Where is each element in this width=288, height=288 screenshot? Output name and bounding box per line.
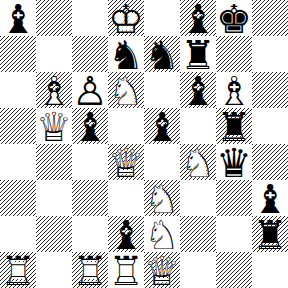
square-h5[interactable] [252,108,288,144]
white-king-icon: ♔ [108,1,144,36]
square-e8[interactable] [144,0,180,36]
black-bishop-icon: ♝ [180,73,216,108]
black-knight-icon: ♞ [144,37,180,72]
white-bishop-icon: ♗ [216,73,252,108]
piece-white-bishop: ♝♗ [216,72,252,108]
square-h6[interactable] [252,72,288,108]
piece-black-knight: ♞♞ [144,36,180,72]
square-a2[interactable] [0,216,36,252]
black-rook-icon: ♜ [180,37,216,72]
square-d7[interactable]: ♞♞ [108,36,144,72]
square-e2[interactable]: ♞♘ [144,216,180,252]
square-f8[interactable]: ♝♝ [180,0,216,36]
white-knight-icon: ♘ [108,73,144,108]
white-queen-icon: ♕ [36,109,72,144]
white-queen-icon: ♕ [144,253,180,288]
black-rook-icon: ♜ [252,217,288,252]
piece-white-knight: ♞♘ [180,144,216,180]
black-king-icon: ♚ [216,1,252,36]
piece-white-knight: ♞♘ [144,180,180,216]
piece-black-bishop: ♝♝ [180,72,216,108]
piece-black-rook: ♜♜ [180,36,216,72]
white-knight-icon: ♘ [144,217,180,252]
square-c7[interactable] [72,36,108,72]
square-h4[interactable] [252,144,288,180]
white-pawn-icon: ♙ [72,73,108,108]
piece-white-knight: ♞♘ [144,216,180,252]
square-b8[interactable] [36,0,72,36]
piece-white-knight: ♞♘ [108,72,144,108]
piece-black-bishop: ♝♝ [72,108,108,144]
piece-black-bishop: ♝♝ [108,216,144,252]
black-bishop-icon: ♝ [72,109,108,144]
black-bishop-icon: ♝ [0,1,36,36]
square-d8[interactable]: ♚♔ [108,0,144,36]
square-h2[interactable]: ♜♜ [252,216,288,252]
square-c3[interactable] [72,180,108,216]
piece-black-bishop: ♝♝ [0,0,36,36]
black-bishop-icon: ♝ [144,109,180,144]
square-g1[interactable] [216,252,252,288]
square-f3[interactable] [180,180,216,216]
square-b6[interactable]: ♝♗ [36,72,72,108]
square-g3[interactable] [216,180,252,216]
square-e5[interactable]: ♝♝ [144,108,180,144]
piece-black-rook: ♜♜ [252,216,288,252]
square-e6[interactable] [144,72,180,108]
square-h3[interactable]: ♝♝ [252,180,288,216]
square-e4[interactable] [144,144,180,180]
white-rook-icon: ♖ [0,253,36,288]
square-c2[interactable] [72,216,108,252]
piece-white-queen: ♛♕ [36,108,72,144]
square-g7[interactable] [216,36,252,72]
square-c6[interactable]: ♟♙ [72,72,108,108]
piece-black-rook: ♜♜ [216,108,252,144]
square-f6[interactable]: ♝♝ [180,72,216,108]
square-c8[interactable] [72,0,108,36]
square-h7[interactable] [252,36,288,72]
square-b5[interactable]: ♛♕ [36,108,72,144]
black-queen-icon: ♛ [216,145,252,180]
square-b7[interactable] [36,36,72,72]
white-rook-icon: ♖ [108,253,144,288]
piece-black-bishop: ♝♝ [252,180,288,216]
white-queen-icon: ♕ [108,145,144,180]
square-f1[interactable] [180,252,216,288]
square-g6[interactable]: ♝♗ [216,72,252,108]
square-a3[interactable] [0,180,36,216]
square-b2[interactable] [36,216,72,252]
square-c1[interactable]: ♜♖ [72,252,108,288]
square-d6[interactable]: ♞♘ [108,72,144,108]
square-d1[interactable]: ♜♖ [108,252,144,288]
black-bishop-icon: ♝ [108,217,144,252]
piece-white-rook: ♜♖ [0,252,36,288]
square-d3[interactable] [108,180,144,216]
piece-white-rook: ♜♖ [108,252,144,288]
square-f5[interactable] [180,108,216,144]
piece-white-king: ♚♔ [108,0,144,36]
piece-black-knight: ♞♞ [108,36,144,72]
piece-white-pawn: ♟♙ [72,72,108,108]
chess-diagram: ♝♝♚♔♝♝♚♚♞♞♞♞♜♜♝♗♟♙♞♘♝♝♝♗♛♕♝♝♝♝♜♜♛♕♞♘♛♛♞♘… [0,0,288,288]
black-bishop-icon: ♝ [252,181,288,216]
white-rook-icon: ♖ [72,253,108,288]
square-f4[interactable]: ♞♘ [180,144,216,180]
square-h8[interactable] [252,0,288,36]
square-f2[interactable] [180,216,216,252]
square-d4[interactable]: ♛♕ [108,144,144,180]
square-d5[interactable] [108,108,144,144]
white-knight-icon: ♘ [180,145,216,180]
piece-black-queen: ♛♛ [216,144,252,180]
piece-white-bishop: ♝♗ [36,72,72,108]
chess-board: ♝♝♚♔♝♝♚♚♞♞♞♞♜♜♝♗♟♙♞♘♝♝♝♗♛♕♝♝♝♝♜♜♛♕♞♘♛♛♞♘… [0,0,288,288]
square-e7[interactable]: ♞♞ [144,36,180,72]
white-knight-icon: ♘ [144,181,180,216]
black-rook-icon: ♜ [216,109,252,144]
square-b3[interactable] [36,180,72,216]
piece-white-rook: ♜♖ [72,252,108,288]
white-bishop-icon: ♗ [36,73,72,108]
piece-white-queen: ♛♕ [108,144,144,180]
square-a7[interactable] [0,36,36,72]
piece-black-bishop: ♝♝ [180,0,216,36]
piece-white-queen: ♛♕ [144,252,180,288]
square-g2[interactable] [216,216,252,252]
square-c5[interactable]: ♝♝ [72,108,108,144]
square-a8[interactable]: ♝♝ [0,0,36,36]
square-a4[interactable] [0,144,36,180]
square-e1[interactable]: ♛♕ [144,252,180,288]
square-b1[interactable] [36,252,72,288]
square-a6[interactable] [0,72,36,108]
square-g4[interactable]: ♛♛ [216,144,252,180]
square-g5[interactable]: ♜♜ [216,108,252,144]
piece-black-bishop: ♝♝ [144,108,180,144]
square-c4[interactable] [72,144,108,180]
square-b4[interactable] [36,144,72,180]
square-e3[interactable]: ♞♘ [144,180,180,216]
square-d2[interactable]: ♝♝ [108,216,144,252]
square-g8[interactable]: ♚♚ [216,0,252,36]
square-a1[interactable]: ♜♖ [0,252,36,288]
black-knight-icon: ♞ [108,37,144,72]
black-bishop-icon: ♝ [180,1,216,36]
square-f7[interactable]: ♜♜ [180,36,216,72]
square-h1[interactable] [252,252,288,288]
piece-black-king: ♚♚ [216,0,252,36]
square-a5[interactable] [0,108,36,144]
